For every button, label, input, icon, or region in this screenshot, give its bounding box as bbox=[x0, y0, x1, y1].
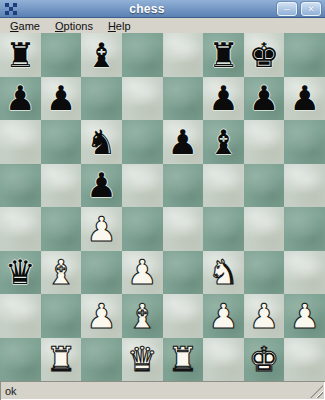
white-knight[interactable]: ♞ bbox=[208, 255, 238, 289]
square-d4[interactable] bbox=[122, 207, 163, 251]
window-icon bbox=[5, 3, 17, 15]
menu-help[interactable]: Help bbox=[108, 20, 131, 32]
black-bishop[interactable]: ♝ bbox=[86, 38, 116, 72]
white-pawn[interactable]: ♟ bbox=[127, 255, 157, 289]
white-rook[interactable]: ♜ bbox=[46, 342, 76, 376]
white-king[interactable]: ♚ bbox=[249, 342, 279, 376]
titlebar[interactable]: chess ─ ✕ bbox=[0, 0, 325, 18]
square-g8[interactable]: ♚ bbox=[244, 33, 285, 77]
menubar: GameOptionsHelp bbox=[0, 18, 325, 33]
chess-window: chess ─ ✕ GameOptionsHelp ♜♝♜♚♟♟♟♟♟♞♟♝♟♟… bbox=[0, 0, 325, 400]
black-rook[interactable]: ♜ bbox=[208, 38, 238, 72]
square-f1[interactable] bbox=[203, 338, 244, 382]
square-f4[interactable] bbox=[203, 207, 244, 251]
square-a6[interactable] bbox=[0, 120, 41, 164]
square-b4[interactable] bbox=[41, 207, 82, 251]
square-g1[interactable]: ♚ bbox=[244, 338, 285, 382]
square-h7[interactable]: ♟ bbox=[284, 77, 325, 121]
square-g7[interactable]: ♟ bbox=[244, 77, 285, 121]
resize-grip-icon[interactable] bbox=[310, 385, 323, 398]
square-h4[interactable] bbox=[284, 207, 325, 251]
titlebar-buttons: ─ ✕ bbox=[277, 2, 321, 16]
square-b1[interactable]: ♜ bbox=[41, 338, 82, 382]
square-b2[interactable] bbox=[41, 294, 82, 338]
window-title: chess bbox=[17, 2, 277, 16]
square-g6[interactable] bbox=[244, 120, 285, 164]
white-pawn[interactable]: ♟ bbox=[208, 299, 238, 333]
square-c5[interactable]: ♟ bbox=[81, 164, 122, 208]
square-c4[interactable]: ♟ bbox=[81, 207, 122, 251]
status-text: ok bbox=[5, 385, 17, 397]
white-bishop[interactable]: ♝ bbox=[127, 299, 157, 333]
square-b8[interactable] bbox=[41, 33, 82, 77]
square-g4[interactable] bbox=[244, 207, 285, 251]
chess-board: ♜♝♜♚♟♟♟♟♟♞♟♝♟♟♛♝♟♞♟♝♟♟♟♜♛♜♚ bbox=[0, 33, 325, 381]
square-a8[interactable]: ♜ bbox=[0, 33, 41, 77]
square-h2[interactable]: ♟ bbox=[284, 294, 325, 338]
white-bishop[interactable]: ♝ bbox=[46, 255, 76, 289]
square-b3[interactable]: ♝ bbox=[41, 251, 82, 295]
white-pawn[interactable]: ♟ bbox=[289, 299, 319, 333]
square-a1[interactable] bbox=[0, 338, 41, 382]
square-g5[interactable] bbox=[244, 164, 285, 208]
white-pawn[interactable]: ♟ bbox=[86, 299, 116, 333]
square-a4[interactable] bbox=[0, 207, 41, 251]
square-c7[interactable] bbox=[81, 77, 122, 121]
square-h1[interactable] bbox=[284, 338, 325, 382]
square-b5[interactable] bbox=[41, 164, 82, 208]
square-d8[interactable] bbox=[122, 33, 163, 77]
square-c8[interactable]: ♝ bbox=[81, 33, 122, 77]
square-e8[interactable] bbox=[163, 33, 204, 77]
square-d7[interactable] bbox=[122, 77, 163, 121]
minimize-button[interactable]: ─ bbox=[277, 2, 297, 16]
square-g2[interactable]: ♟ bbox=[244, 294, 285, 338]
white-queen[interactable]: ♛ bbox=[127, 342, 157, 376]
square-e1[interactable]: ♜ bbox=[163, 338, 204, 382]
square-d3[interactable]: ♟ bbox=[122, 251, 163, 295]
black-pawn[interactable]: ♟ bbox=[208, 81, 238, 115]
square-a5[interactable] bbox=[0, 164, 41, 208]
square-e2[interactable] bbox=[163, 294, 204, 338]
square-f8[interactable]: ♜ bbox=[203, 33, 244, 77]
square-e5[interactable] bbox=[163, 164, 204, 208]
white-rook[interactable]: ♜ bbox=[168, 342, 198, 376]
square-h5[interactable] bbox=[284, 164, 325, 208]
square-e7[interactable] bbox=[163, 77, 204, 121]
square-a2[interactable] bbox=[0, 294, 41, 338]
close-icon: ✕ bbox=[307, 5, 315, 14]
square-f7[interactable]: ♟ bbox=[203, 77, 244, 121]
black-rook[interactable]: ♜ bbox=[5, 38, 35, 72]
square-h6[interactable] bbox=[284, 120, 325, 164]
square-a7[interactable]: ♟ bbox=[0, 77, 41, 121]
square-e6[interactable]: ♟ bbox=[163, 120, 204, 164]
square-f3[interactable]: ♞ bbox=[203, 251, 244, 295]
square-b7[interactable]: ♟ bbox=[41, 77, 82, 121]
square-f2[interactable]: ♟ bbox=[203, 294, 244, 338]
status-bar: ok bbox=[0, 381, 325, 400]
menu-game[interactable]: Game bbox=[10, 20, 40, 32]
square-d6[interactable] bbox=[122, 120, 163, 164]
square-c6[interactable]: ♞ bbox=[81, 120, 122, 164]
black-king[interactable]: ♚ bbox=[249, 38, 279, 72]
square-d1[interactable]: ♛ bbox=[122, 338, 163, 382]
square-d2[interactable]: ♝ bbox=[122, 294, 163, 338]
square-h8[interactable] bbox=[284, 33, 325, 77]
black-pawn[interactable]: ♟ bbox=[289, 81, 319, 115]
black-bishop[interactable]: ♝ bbox=[208, 125, 238, 159]
square-c2[interactable]: ♟ bbox=[81, 294, 122, 338]
close-button[interactable]: ✕ bbox=[301, 2, 321, 16]
minimize-icon: ─ bbox=[284, 5, 290, 14]
white-pawn[interactable]: ♟ bbox=[86, 212, 116, 246]
square-e4[interactable] bbox=[163, 207, 204, 251]
menu-options[interactable]: Options bbox=[55, 20, 93, 32]
square-g3[interactable] bbox=[244, 251, 285, 295]
square-h3[interactable] bbox=[284, 251, 325, 295]
square-d5[interactable] bbox=[122, 164, 163, 208]
square-b6[interactable] bbox=[41, 120, 82, 164]
square-a3[interactable]: ♛ bbox=[0, 251, 41, 295]
black-pawn[interactable]: ♟ bbox=[46, 81, 76, 115]
black-queen[interactable]: ♛ bbox=[5, 255, 35, 289]
square-f5[interactable] bbox=[203, 164, 244, 208]
square-f6[interactable]: ♝ bbox=[203, 120, 244, 164]
square-e3[interactable] bbox=[163, 251, 204, 295]
black-pawn[interactable]: ♟ bbox=[249, 81, 279, 115]
black-pawn[interactable]: ♟ bbox=[168, 125, 198, 159]
black-knight[interactable]: ♞ bbox=[86, 125, 116, 159]
black-pawn[interactable]: ♟ bbox=[5, 81, 35, 115]
square-c1[interactable] bbox=[81, 338, 122, 382]
white-pawn[interactable]: ♟ bbox=[249, 299, 279, 333]
black-pawn[interactable]: ♟ bbox=[86, 168, 116, 202]
square-c3[interactable] bbox=[81, 251, 122, 295]
